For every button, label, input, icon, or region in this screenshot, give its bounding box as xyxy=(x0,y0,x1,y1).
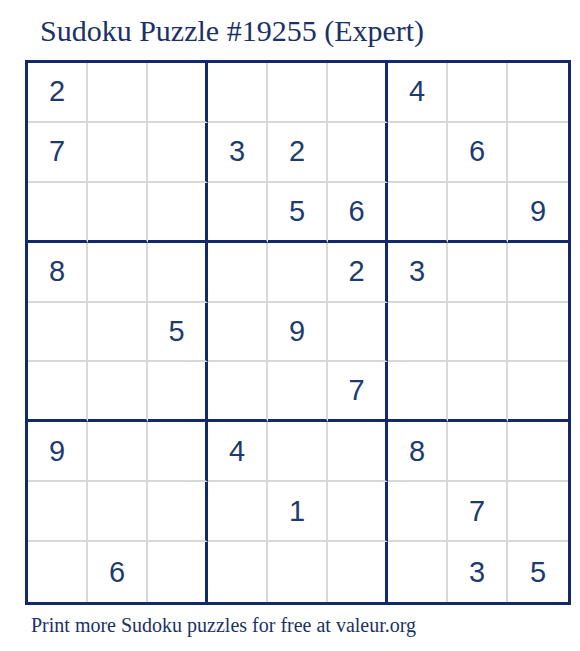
cell-r8c9 xyxy=(508,482,568,542)
cell-r7c8 xyxy=(448,422,508,482)
cell-r6c6: 7 xyxy=(328,362,388,422)
cell-r5c3: 5 xyxy=(148,303,208,363)
cell-r5c9 xyxy=(508,303,568,363)
cell-r8c3 xyxy=(148,482,208,542)
cell-r6c9 xyxy=(508,362,568,422)
cell-r3c6: 6 xyxy=(328,183,388,243)
cell-r8c8: 7 xyxy=(448,482,508,542)
cell-r7c6 xyxy=(328,422,388,482)
cell-r6c3 xyxy=(148,362,208,422)
cell-r5c1 xyxy=(28,303,88,363)
cell-r6c2 xyxy=(88,362,148,422)
cell-r6c7 xyxy=(388,362,448,422)
cell-r8c2 xyxy=(88,482,148,542)
cell-r4c9 xyxy=(508,243,568,303)
cell-r2c9 xyxy=(508,123,568,183)
cell-r6c5 xyxy=(268,362,328,422)
cell-r9c1 xyxy=(28,542,88,602)
cell-r4c6: 2 xyxy=(328,243,388,303)
cell-r2c4: 3 xyxy=(208,123,268,183)
cell-r3c7 xyxy=(388,183,448,243)
cell-r7c1: 9 xyxy=(28,422,88,482)
cell-r9c2: 6 xyxy=(88,542,148,602)
cell-r9c6 xyxy=(328,542,388,602)
cell-r7c5 xyxy=(268,422,328,482)
cell-r2c5: 2 xyxy=(268,123,328,183)
cell-r1c1: 2 xyxy=(28,63,88,123)
cell-r7c4: 4 xyxy=(208,422,268,482)
cell-r5c8 xyxy=(448,303,508,363)
cell-r6c4 xyxy=(208,362,268,422)
page-title: Sudoku Puzzle #19255 (Expert) xyxy=(40,14,424,48)
cell-r8c6 xyxy=(328,482,388,542)
cell-r3c4 xyxy=(208,183,268,243)
cell-r6c8 xyxy=(448,362,508,422)
cell-r1c4 xyxy=(208,63,268,123)
sudoku-grid: 24732656982359794817635 xyxy=(25,60,571,605)
cell-r4c1: 8 xyxy=(28,243,88,303)
cell-r6c1 xyxy=(28,362,88,422)
cell-r2c2 xyxy=(88,123,148,183)
cell-r1c9 xyxy=(508,63,568,123)
cell-r2c6 xyxy=(328,123,388,183)
cell-r2c3 xyxy=(148,123,208,183)
cell-r3c5: 5 xyxy=(268,183,328,243)
cell-r8c7 xyxy=(388,482,448,542)
cell-r3c3 xyxy=(148,183,208,243)
cell-r9c9: 5 xyxy=(508,542,568,602)
cell-r1c6 xyxy=(328,63,388,123)
cell-r1c5 xyxy=(268,63,328,123)
cell-r5c2 xyxy=(88,303,148,363)
cell-r2c8: 6 xyxy=(448,123,508,183)
cell-r8c1 xyxy=(28,482,88,542)
cell-r8c5: 1 xyxy=(268,482,328,542)
cell-r3c2 xyxy=(88,183,148,243)
cell-r3c9: 9 xyxy=(508,183,568,243)
cell-r9c5 xyxy=(268,542,328,602)
cell-r9c7 xyxy=(388,542,448,602)
cell-r7c3 xyxy=(148,422,208,482)
cell-r4c4 xyxy=(208,243,268,303)
cell-r8c4 xyxy=(208,482,268,542)
cell-r9c8: 3 xyxy=(448,542,508,602)
cell-r7c2 xyxy=(88,422,148,482)
cell-r2c1: 7 xyxy=(28,123,88,183)
cell-r5c7 xyxy=(388,303,448,363)
cell-r4c3 xyxy=(148,243,208,303)
cell-r1c3 xyxy=(148,63,208,123)
cell-r4c8 xyxy=(448,243,508,303)
cell-r9c3 xyxy=(148,542,208,602)
cell-r9c4 xyxy=(208,542,268,602)
footer-text: Print more Sudoku puzzles for free at va… xyxy=(31,614,416,637)
cell-r1c2 xyxy=(88,63,148,123)
cell-r5c5: 9 xyxy=(268,303,328,363)
cell-r7c9 xyxy=(508,422,568,482)
cell-r3c8 xyxy=(448,183,508,243)
cell-r2c7 xyxy=(388,123,448,183)
cell-r4c7: 3 xyxy=(388,243,448,303)
cell-r4c2 xyxy=(88,243,148,303)
cell-r1c8 xyxy=(448,63,508,123)
cell-r5c4 xyxy=(208,303,268,363)
cell-r1c7: 4 xyxy=(388,63,448,123)
cell-r5c6 xyxy=(328,303,388,363)
cell-r7c7: 8 xyxy=(388,422,448,482)
cell-r4c5 xyxy=(268,243,328,303)
cell-r3c1 xyxy=(28,183,88,243)
